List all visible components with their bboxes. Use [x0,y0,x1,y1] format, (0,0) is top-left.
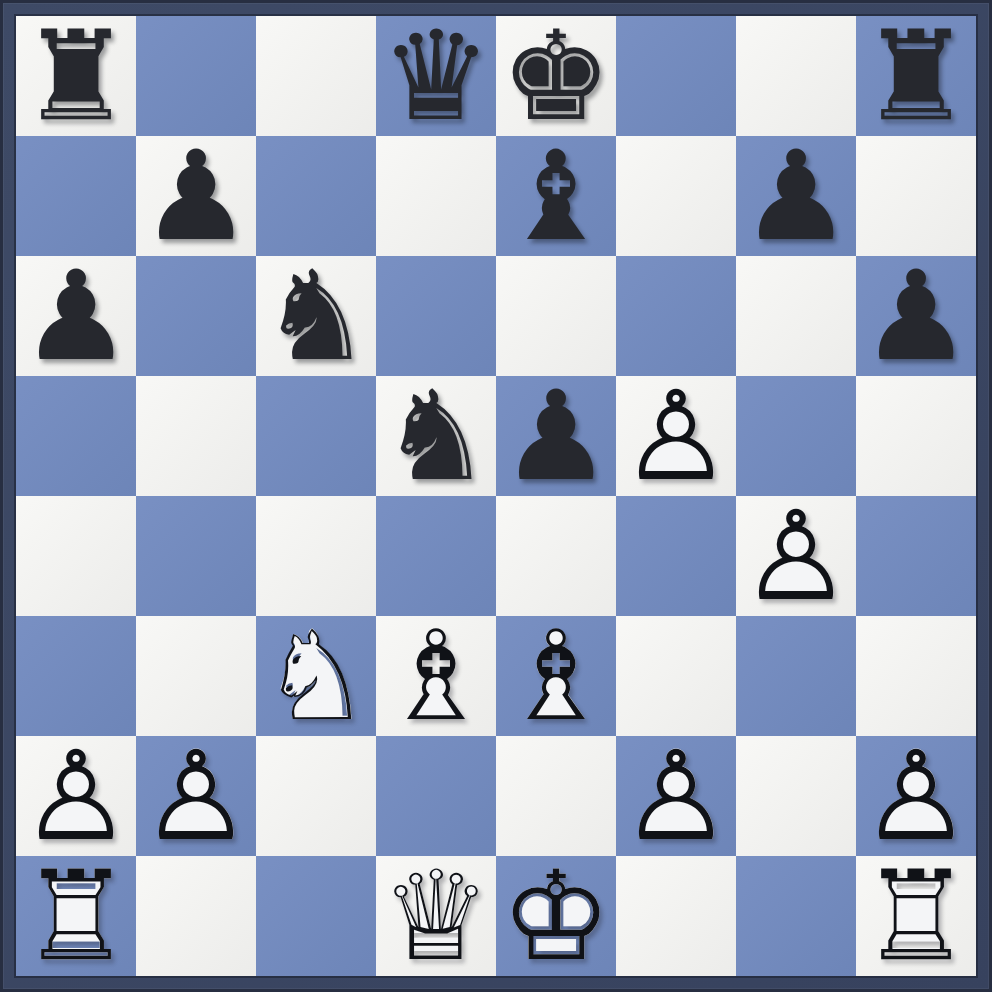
white-queen-icon: ♛ [376,856,496,976]
square-g3[interactable] [736,616,856,736]
black-pawn-icon: ♟ [856,256,976,376]
square-h8[interactable]: ♜ [856,16,976,136]
square-h2[interactable]: ♟♙ [856,736,976,856]
piece-white-pawn[interactable]: ♟♙ [856,736,976,856]
square-a2[interactable]: ♟♙ [16,736,136,856]
piece-black-pawn[interactable]: ♟ [736,136,856,256]
white-pawn-outline-icon: ♙ [616,736,736,856]
piece-black-rook[interactable]: ♜ [16,16,136,136]
white-bishop-icon: ♝ [376,616,496,736]
square-f1[interactable] [616,856,736,976]
square-f8[interactable] [616,16,736,136]
square-a1[interactable]: ♜♖ [16,856,136,976]
square-f5[interactable]: ♟♙ [616,376,736,496]
piece-black-pawn[interactable]: ♟ [856,256,976,376]
square-g5[interactable] [736,376,856,496]
square-e2[interactable] [496,736,616,856]
square-f4[interactable] [616,496,736,616]
square-h1[interactable]: ♜♖ [856,856,976,976]
square-b4[interactable] [136,496,256,616]
piece-white-pawn[interactable]: ♟♙ [136,736,256,856]
square-g8[interactable] [736,16,856,136]
white-pawn-icon: ♟ [136,736,256,856]
white-bishop-icon: ♝ [496,616,616,736]
square-f7[interactable] [616,136,736,256]
piece-white-queen[interactable]: ♛♕ [376,856,496,976]
piece-black-bishop[interactable]: ♝ [496,136,616,256]
square-d7[interactable] [376,136,496,256]
square-e7[interactable]: ♝ [496,136,616,256]
square-g2[interactable] [736,736,856,856]
square-h4[interactable] [856,496,976,616]
piece-black-pawn[interactable]: ♟ [136,136,256,256]
square-e4[interactable] [496,496,616,616]
chess-board: ♜♛♚♜♟♝♟♟♞♟♞♟♟♙♟♙♞♘♝♗♝♗♟♙♟♙♟♙♟♙♜♖♛♕♚♔♜♖ [16,16,976,976]
square-b2[interactable]: ♟♙ [136,736,256,856]
square-f2[interactable]: ♟♙ [616,736,736,856]
square-d1[interactable]: ♛♕ [376,856,496,976]
black-rook-icon: ♜ [16,16,136,136]
square-h7[interactable] [856,136,976,256]
black-bishop-icon: ♝ [496,136,616,256]
square-b1[interactable] [136,856,256,976]
square-e6[interactable] [496,256,616,376]
white-rook-icon: ♜ [16,856,136,976]
white-rook-outline-icon: ♖ [856,856,976,976]
square-g4[interactable]: ♟♙ [736,496,856,616]
black-pawn-icon: ♟ [736,136,856,256]
square-f3[interactable] [616,616,736,736]
black-pawn-icon: ♟ [136,136,256,256]
square-e8[interactable]: ♚ [496,16,616,136]
square-d8[interactable]: ♛ [376,16,496,136]
piece-black-king[interactable]: ♚ [496,16,616,136]
square-c8[interactable] [256,16,376,136]
white-pawn-icon: ♟ [736,496,856,616]
square-g1[interactable] [736,856,856,976]
square-g7[interactable]: ♟ [736,136,856,256]
piece-white-pawn[interactable]: ♟♙ [736,496,856,616]
square-c3[interactable]: ♞♘ [256,616,376,736]
square-d5[interactable]: ♞ [376,376,496,496]
white-bishop-outline-icon: ♗ [376,616,496,736]
black-knight-icon: ♞ [376,376,496,496]
piece-black-knight[interactable]: ♞ [256,256,376,376]
square-e1[interactable]: ♚♔ [496,856,616,976]
square-b7[interactable]: ♟ [136,136,256,256]
piece-white-bishop[interactable]: ♝♗ [496,616,616,736]
white-pawn-icon: ♟ [616,736,736,856]
piece-black-pawn[interactable]: ♟ [496,376,616,496]
square-e3[interactable]: ♝♗ [496,616,616,736]
white-pawn-outline-icon: ♙ [856,736,976,856]
piece-white-pawn[interactable]: ♟♙ [616,376,736,496]
piece-white-pawn[interactable]: ♟♙ [616,736,736,856]
square-b5[interactable] [136,376,256,496]
square-c5[interactable] [256,376,376,496]
piece-white-pawn[interactable]: ♟♙ [16,736,136,856]
square-c6[interactable]: ♞ [256,256,376,376]
square-a4[interactable] [16,496,136,616]
white-rook-outline-icon: ♖ [16,856,136,976]
square-b6[interactable] [136,256,256,376]
square-b8[interactable] [136,16,256,136]
square-c1[interactable] [256,856,376,976]
piece-black-rook[interactable]: ♜ [856,16,976,136]
square-a8[interactable]: ♜ [16,16,136,136]
square-c4[interactable] [256,496,376,616]
square-f6[interactable] [616,256,736,376]
square-d3[interactable]: ♝♗ [376,616,496,736]
piece-white-knight[interactable]: ♞♘ [256,616,376,736]
white-knight-icon: ♞ [256,616,376,736]
white-pawn-icon: ♟ [856,736,976,856]
white-king-outline-icon: ♔ [496,856,616,976]
piece-black-knight[interactable]: ♞ [376,376,496,496]
white-knight-outline-icon: ♘ [256,616,376,736]
square-d2[interactable] [376,736,496,856]
square-h5[interactable] [856,376,976,496]
piece-white-rook[interactable]: ♜♖ [856,856,976,976]
white-pawn-outline-icon: ♙ [136,736,256,856]
square-a7[interactable] [16,136,136,256]
white-pawn-outline-icon: ♙ [736,496,856,616]
board-frame: ♜♛♚♜♟♝♟♟♞♟♞♟♟♙♟♙♞♘♝♗♝♗♟♙♟♙♟♙♟♙♜♖♛♕♚♔♜♖ [0,0,992,992]
black-knight-icon: ♞ [256,256,376,376]
white-pawn-outline-icon: ♙ [616,376,736,496]
black-queen-icon: ♛ [376,16,496,136]
square-d4[interactable] [376,496,496,616]
square-d6[interactable] [376,256,496,376]
piece-black-queen[interactable]: ♛ [376,16,496,136]
white-pawn-icon: ♟ [16,736,136,856]
square-h3[interactable] [856,616,976,736]
black-rook-icon: ♜ [856,16,976,136]
square-g6[interactable] [736,256,856,376]
white-bishop-outline-icon: ♗ [496,616,616,736]
piece-white-rook[interactable]: ♜♖ [16,856,136,976]
black-pawn-icon: ♟ [16,256,136,376]
piece-white-king[interactable]: ♚♔ [496,856,616,976]
white-rook-icon: ♜ [856,856,976,976]
white-king-icon: ♚ [496,856,616,976]
square-b3[interactable] [136,616,256,736]
piece-white-bishop[interactable]: ♝♗ [376,616,496,736]
square-a5[interactable] [16,376,136,496]
white-pawn-outline-icon: ♙ [16,736,136,856]
square-a6[interactable]: ♟ [16,256,136,376]
black-pawn-icon: ♟ [496,376,616,496]
white-pawn-icon: ♟ [616,376,736,496]
square-c2[interactable] [256,736,376,856]
piece-black-pawn[interactable]: ♟ [16,256,136,376]
square-h6[interactable]: ♟ [856,256,976,376]
white-queen-outline-icon: ♕ [376,856,496,976]
square-e5[interactable]: ♟ [496,376,616,496]
square-c7[interactable] [256,136,376,256]
square-a3[interactable] [16,616,136,736]
black-king-icon: ♚ [496,16,616,136]
